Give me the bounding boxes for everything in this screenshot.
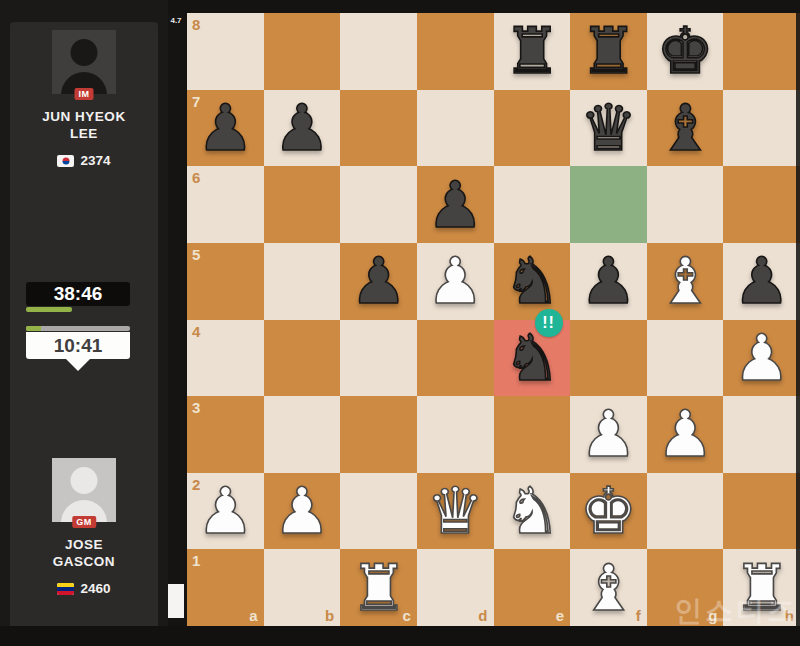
- square-c4[interactable]: [340, 320, 417, 397]
- chess-board[interactable]: 8♜♜♚7♟♟♛♝6♟5♟♟♞♟♝♟4♞!!♟3♟♟2♟♟♛♞♚1abc♜def…: [187, 13, 800, 626]
- square-a1[interactable]: 1a: [187, 549, 264, 626]
- square-d4[interactable]: [417, 320, 494, 397]
- square-a5[interactable]: 5: [187, 243, 264, 320]
- square-g8[interactable]: ♚: [647, 13, 724, 90]
- piece-white-pawn[interactable]: ♟: [273, 479, 330, 543]
- rating-row-top: 2374: [57, 153, 110, 168]
- avatar-silhouette-head: [71, 467, 98, 494]
- square-c5[interactable]: ♟: [340, 243, 417, 320]
- clock-top-black: 38:46: [26, 282, 130, 306]
- venezuela-flag-icon: [57, 583, 74, 595]
- square-g3[interactable]: ♟: [647, 396, 724, 473]
- square-f4[interactable]: [570, 320, 647, 397]
- square-g7[interactable]: ♝: [647, 90, 724, 167]
- square-e1[interactable]: e: [494, 549, 571, 626]
- square-b3[interactable]: [264, 396, 341, 473]
- square-f5[interactable]: ♟: [570, 243, 647, 320]
- file-label-a: a: [249, 608, 257, 623]
- square-a2[interactable]: 2♟: [187, 473, 264, 550]
- square-d3[interactable]: [417, 396, 494, 473]
- piece-black-knight[interactable]: ♞: [503, 249, 560, 313]
- title-badge-gm: GM: [72, 516, 96, 528]
- square-h6[interactable]: [723, 166, 800, 243]
- square-f2[interactable]: ♚: [570, 473, 647, 550]
- piece-black-rook[interactable]: ♜: [503, 19, 560, 83]
- square-c2[interactable]: [340, 473, 417, 550]
- player-card-top: IM JUN HYEOK LEE 2374: [10, 30, 158, 168]
- piece-black-pawn[interactable]: ♟: [197, 96, 254, 160]
- file-label-b: b: [325, 608, 334, 623]
- square-b6[interactable]: [264, 166, 341, 243]
- rank-label-6: 6: [192, 170, 200, 185]
- square-c1[interactable]: c♜: [340, 549, 417, 626]
- square-g2[interactable]: [647, 473, 724, 550]
- rating-row-bottom: 2460: [57, 581, 110, 596]
- piece-black-queen[interactable]: ♛: [580, 96, 637, 160]
- rank-label-3: 3: [192, 400, 200, 415]
- square-h5[interactable]: ♟: [723, 243, 800, 320]
- piece-white-knight[interactable]: ♞: [503, 479, 560, 543]
- avatar-bottom-player[interactable]: GM: [52, 458, 116, 522]
- avatar-image: [52, 30, 116, 94]
- piece-white-bishop[interactable]: ♝: [580, 556, 637, 620]
- square-c8[interactable]: [340, 13, 417, 90]
- player-name-bottom: JOSE GASCON: [53, 536, 115, 570]
- square-f7[interactable]: ♛: [570, 90, 647, 167]
- square-b2[interactable]: ♟: [264, 473, 341, 550]
- player-name-top: JUN HYEOK LEE: [42, 108, 125, 142]
- piece-black-pawn[interactable]: ♟: [350, 249, 407, 313]
- rank-label-5: 5: [192, 247, 200, 262]
- rank-label-4: 4: [192, 324, 200, 339]
- square-b1[interactable]: b: [264, 549, 341, 626]
- square-a8[interactable]: 8: [187, 13, 264, 90]
- piece-black-pawn[interactable]: ♟: [273, 96, 330, 160]
- square-d2[interactable]: ♛: [417, 473, 494, 550]
- piece-white-rook[interactable]: ♜: [350, 556, 407, 620]
- piece-white-pawn[interactable]: ♟: [580, 402, 637, 466]
- square-h4[interactable]: ♟: [723, 320, 800, 397]
- clock-bottom-white: 10:41: [26, 332, 130, 359]
- square-f8[interactable]: ♜: [570, 13, 647, 90]
- square-g5[interactable]: ♝: [647, 243, 724, 320]
- square-f6[interactable]: [570, 166, 647, 243]
- piece-black-pawn[interactable]: ♟: [580, 249, 637, 313]
- piece-black-pawn[interactable]: ♟: [427, 173, 484, 237]
- square-h2[interactable]: [723, 473, 800, 550]
- app-window: IM JUN HYEOK LEE 2374 38:46 10:41: [0, 0, 800, 646]
- player-name-top-line2: LEE: [42, 125, 125, 142]
- square-e3[interactable]: [494, 396, 571, 473]
- square-a3[interactable]: 3: [187, 396, 264, 473]
- square-e5[interactable]: ♞: [494, 243, 571, 320]
- square-a7[interactable]: 7♟: [187, 90, 264, 167]
- south-korea-flag-icon: [57, 155, 74, 167]
- square-d5[interactable]: ♟: [417, 243, 494, 320]
- piece-black-rook[interactable]: ♜: [580, 19, 637, 83]
- square-d1[interactable]: d: [417, 549, 494, 626]
- square-g6[interactable]: [647, 166, 724, 243]
- square-d6[interactable]: ♟: [417, 166, 494, 243]
- square-e8[interactable]: ♜: [494, 13, 571, 90]
- player-card-bottom: GM JOSE GASCON 2460: [10, 458, 158, 596]
- watermark: 인스티즈: [674, 592, 798, 630]
- piece-white-king[interactable]: ♚: [580, 479, 637, 543]
- square-f1[interactable]: f♝: [570, 549, 647, 626]
- square-d8[interactable]: [417, 13, 494, 90]
- piece-black-bishop[interactable]: ♝: [656, 96, 713, 160]
- clock-progress-top: [26, 307, 72, 312]
- piece-white-queen[interactable]: ♛: [427, 479, 484, 543]
- title-badge-im: IM: [75, 88, 94, 100]
- square-e6[interactable]: [494, 166, 571, 243]
- square-a6[interactable]: 6: [187, 166, 264, 243]
- piece-white-pawn[interactable]: ♟: [733, 326, 790, 390]
- active-clock-pointer: [66, 359, 90, 371]
- square-c7[interactable]: [340, 90, 417, 167]
- avatar-silhouette-head: [71, 39, 98, 66]
- square-c6[interactable]: [340, 166, 417, 243]
- square-h8[interactable]: [723, 13, 800, 90]
- player-rating-top: 2374: [80, 153, 110, 168]
- evaluation-score: 4.7: [168, 16, 184, 25]
- rank-label-1: 1: [192, 553, 200, 568]
- square-h7[interactable]: [723, 90, 800, 167]
- piece-white-pawn[interactable]: ♟: [656, 402, 713, 466]
- clock-progress-bottom: [26, 326, 130, 331]
- evaluation-bar: 4.7: [168, 13, 184, 618]
- square-b5[interactable]: [264, 243, 341, 320]
- player-name-top-line1: JUN HYEOK: [42, 108, 125, 125]
- square-a4[interactable]: 4: [187, 320, 264, 397]
- piece-white-bishop[interactable]: ♝: [656, 249, 713, 313]
- sidebar-panel: IM JUN HYEOK LEE 2374 38:46 10:41: [10, 22, 158, 630]
- player-rating-bottom: 2460: [80, 581, 110, 596]
- piece-white-pawn[interactable]: ♟: [427, 249, 484, 313]
- square-e2[interactable]: ♞: [494, 473, 571, 550]
- player-name-bottom-line2: GASCON: [53, 553, 115, 570]
- square-b4[interactable]: [264, 320, 341, 397]
- piece-black-pawn[interactable]: ♟: [733, 249, 790, 313]
- square-c3[interactable]: [340, 396, 417, 473]
- square-b8[interactable]: [264, 13, 341, 90]
- sidebar: IM JUN HYEOK LEE 2374 38:46 10:41: [0, 0, 168, 646]
- right-window-edge: [796, 13, 800, 626]
- evaluation-bar-white-section: [168, 584, 184, 618]
- clock-progress-bottom-fill: [26, 326, 41, 331]
- player-name-bottom-line1: JOSE: [53, 536, 115, 553]
- square-e7[interactable]: [494, 90, 571, 167]
- square-f3[interactable]: ♟: [570, 396, 647, 473]
- rank-label-8: 8: [192, 17, 200, 32]
- piece-black-king[interactable]: ♚: [656, 19, 713, 83]
- file-label-e: e: [556, 608, 564, 623]
- brilliant-move-badge: !!: [535, 309, 563, 337]
- avatar-image: [52, 458, 116, 522]
- file-label-d: d: [478, 608, 487, 623]
- square-h3[interactable]: [723, 396, 800, 473]
- avatar-top-player[interactable]: IM: [52, 30, 116, 94]
- square-d7[interactable]: [417, 90, 494, 167]
- square-g4[interactable]: [647, 320, 724, 397]
- piece-white-pawn[interactable]: ♟: [197, 479, 254, 543]
- square-b7[interactable]: ♟: [264, 90, 341, 167]
- square-e4[interactable]: ♞!!: [494, 320, 571, 397]
